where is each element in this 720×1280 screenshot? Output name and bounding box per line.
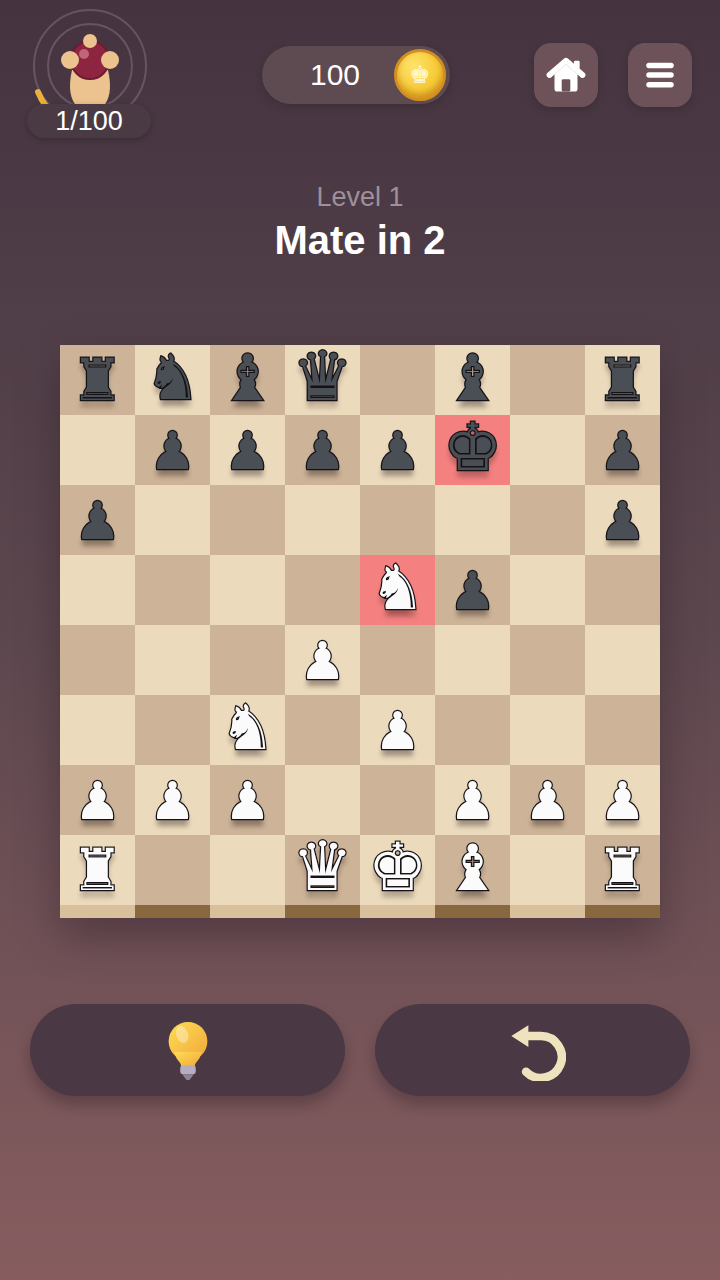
square-b1[interactable] — [135, 835, 210, 905]
square-g7[interactable] — [510, 415, 585, 485]
board-edge-segment — [435, 905, 510, 918]
board-edge-segment — [510, 905, 585, 918]
coin-counter[interactable]: 100 ♚ — [262, 46, 450, 104]
square-e6[interactable] — [360, 485, 435, 555]
lightbulb-icon — [157, 1017, 219, 1083]
square-a6[interactable]: ♟ — [60, 485, 135, 555]
app-screen: 1/100 100 ♚ Level 1 Mate in 2 ♜♞♝♛♝♜♟♟♟♟… — [0, 0, 720, 1280]
square-h8[interactable]: ♜ — [585, 345, 660, 415]
square-h1[interactable]: ♜ — [585, 835, 660, 905]
square-a3[interactable] — [60, 695, 135, 765]
square-c8[interactable]: ♝ — [210, 345, 285, 415]
piece-black-pawn: ♟ — [599, 495, 646, 547]
square-e7[interactable]: ♟ — [360, 415, 435, 485]
square-c1[interactable] — [210, 835, 285, 905]
piece-white-king: ♚ — [368, 835, 427, 901]
square-e5[interactable]: ♞ — [360, 555, 435, 625]
board-edge-segment — [210, 905, 285, 918]
piece-black-rook: ♜ — [597, 351, 649, 409]
level-progress-badge: 1/100 — [27, 104, 151, 138]
square-h6[interactable]: ♟ — [585, 485, 660, 555]
piece-black-rook: ♜ — [72, 351, 124, 409]
square-b7[interactable]: ♟ — [135, 415, 210, 485]
piece-white-pawn: ♟ — [599, 775, 646, 827]
square-a2[interactable]: ♟ — [60, 765, 135, 835]
piece-white-pawn: ♟ — [374, 705, 421, 757]
square-d3[interactable] — [285, 695, 360, 765]
square-g8[interactable] — [510, 345, 585, 415]
square-f6[interactable] — [435, 485, 510, 555]
square-d6[interactable] — [285, 485, 360, 555]
square-f1[interactable]: ♝ — [435, 835, 510, 905]
piece-black-queen: ♛ — [292, 343, 353, 411]
square-c5[interactable] — [210, 555, 285, 625]
square-g2[interactable]: ♟ — [510, 765, 585, 835]
piece-black-pawn: ♟ — [74, 495, 121, 547]
hint-button[interactable] — [30, 1004, 345, 1096]
home-button[interactable] — [534, 43, 598, 107]
square-e4[interactable] — [360, 625, 435, 695]
piece-black-pawn: ♟ — [149, 425, 196, 477]
square-c4[interactable] — [210, 625, 285, 695]
puzzle-title: Mate in 2 — [0, 218, 720, 263]
square-g3[interactable] — [510, 695, 585, 765]
square-f8[interactable]: ♝ — [435, 345, 510, 415]
square-f2[interactable]: ♟ — [435, 765, 510, 835]
board-edge-segment — [60, 905, 135, 918]
piece-black-pawn: ♟ — [449, 565, 496, 617]
square-d1[interactable]: ♛ — [285, 835, 360, 905]
piece-white-queen: ♛ — [292, 833, 353, 901]
square-b2[interactable]: ♟ — [135, 765, 210, 835]
square-f5[interactable]: ♟ — [435, 555, 510, 625]
coin-king-glyph: ♚ — [409, 63, 431, 87]
square-a5[interactable] — [60, 555, 135, 625]
square-e2[interactable] — [360, 765, 435, 835]
piece-black-knight: ♞ — [145, 347, 201, 409]
square-e1[interactable]: ♚ — [360, 835, 435, 905]
board-edge-segment — [360, 905, 435, 918]
square-a4[interactable] — [60, 625, 135, 695]
piece-white-pawn: ♟ — [224, 775, 271, 827]
square-b5[interactable] — [135, 555, 210, 625]
square-h3[interactable] — [585, 695, 660, 765]
piece-white-pawn: ♟ — [449, 775, 496, 827]
piece-white-knight: ♞ — [370, 557, 426, 619]
piece-white-rook: ♜ — [72, 841, 124, 899]
square-b3[interactable] — [135, 695, 210, 765]
board-front-edge — [60, 905, 660, 918]
square-e8[interactable] — [360, 345, 435, 415]
square-g1[interactable] — [510, 835, 585, 905]
square-b6[interactable] — [135, 485, 210, 555]
avatar[interactable]: 1/100 — [24, 4, 154, 138]
square-f3[interactable] — [435, 695, 510, 765]
piece-white-pawn: ♟ — [299, 635, 346, 687]
piece-black-pawn: ♟ — [599, 425, 646, 477]
piece-white-pawn: ♟ — [74, 775, 121, 827]
piece-black-pawn: ♟ — [224, 425, 271, 477]
square-f4[interactable] — [435, 625, 510, 695]
coin-amount: 100 — [262, 58, 394, 92]
square-b8[interactable]: ♞ — [135, 345, 210, 415]
square-c7[interactable]: ♟ — [210, 415, 285, 485]
square-c2[interactable]: ♟ — [210, 765, 285, 835]
square-h5[interactable] — [585, 555, 660, 625]
piece-black-pawn: ♟ — [299, 425, 346, 477]
square-e3[interactable]: ♟ — [360, 695, 435, 765]
square-c6[interactable] — [210, 485, 285, 555]
menu-icon — [638, 53, 682, 97]
square-d7[interactable]: ♟ — [285, 415, 360, 485]
piece-black-pawn: ♟ — [374, 425, 421, 477]
square-d8[interactable]: ♛ — [285, 345, 360, 415]
square-a8[interactable]: ♜ — [60, 345, 135, 415]
square-a7[interactable] — [60, 415, 135, 485]
square-h2[interactable]: ♟ — [585, 765, 660, 835]
square-h7[interactable]: ♟ — [585, 415, 660, 485]
piece-black-king: ♚ — [443, 415, 502, 481]
piece-white-rook: ♜ — [597, 841, 649, 899]
piece-white-bishop: ♝ — [444, 836, 501, 900]
square-d5[interactable] — [285, 555, 360, 625]
level-label: Level 1 — [0, 182, 720, 213]
menu-button[interactable] — [628, 43, 692, 107]
square-d2[interactable] — [285, 765, 360, 835]
undo-button[interactable] — [375, 1004, 690, 1096]
home-icon — [543, 52, 589, 98]
piece-white-knight: ♞ — [220, 697, 276, 759]
board-edge-segment — [585, 905, 660, 918]
piece-white-pawn: ♟ — [149, 775, 196, 827]
square-b4[interactable] — [135, 625, 210, 695]
square-a1[interactable]: ♜ — [60, 835, 135, 905]
board-edge-segment — [135, 905, 210, 918]
square-g6[interactable] — [510, 485, 585, 555]
piece-white-pawn: ♟ — [524, 775, 571, 827]
piece-black-bishop: ♝ — [444, 346, 501, 410]
square-g5[interactable] — [510, 555, 585, 625]
square-c3[interactable]: ♞ — [210, 695, 285, 765]
square-g4[interactable] — [510, 625, 585, 695]
piece-black-bishop: ♝ — [219, 346, 276, 410]
chess-board: ♜♞♝♛♝♜♟♟♟♟♚♟♟♟♞♟♟♞♟♟♟♟♟♟♟♜♛♚♝♜ — [60, 345, 660, 918]
coin-icon: ♚ — [394, 49, 446, 101]
board-edge-segment — [285, 905, 360, 918]
undo-icon — [500, 1019, 566, 1081]
square-h4[interactable] — [585, 625, 660, 695]
square-f7[interactable]: ♚ — [435, 415, 510, 485]
square-d4[interactable]: ♟ — [285, 625, 360, 695]
